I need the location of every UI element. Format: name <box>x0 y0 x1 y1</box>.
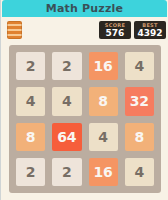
tile-16: 16 <box>89 158 118 186</box>
game-board[interactable]: 22164448328644822164 <box>9 45 161 193</box>
header-bar: SCORE 576 BEST 4392 <box>1 17 168 45</box>
tile-2: 2 <box>52 52 81 80</box>
best-label: BEST <box>142 23 157 28</box>
app-window: Math Puzzle SCORE 576 BEST 4392 22164448… <box>0 0 168 200</box>
tile-4: 4 <box>125 52 154 80</box>
tile-4: 4 <box>125 158 154 186</box>
score-box: SCORE 576 <box>99 21 131 39</box>
menu-tile-icon[interactable] <box>7 21 22 39</box>
tile-64: 64 <box>52 123 81 151</box>
best-box: BEST 4392 <box>134 21 166 39</box>
tile-8: 8 <box>16 123 45 151</box>
score-label: SCORE <box>105 23 125 28</box>
tile-32: 32 <box>125 87 154 115</box>
tile-2: 2 <box>52 158 81 186</box>
tile-4: 4 <box>16 87 45 115</box>
tile-8: 8 <box>89 87 118 115</box>
scoreboard: SCORE 576 BEST 4392 <box>99 21 166 39</box>
tile-4: 4 <box>89 123 118 151</box>
tile-16: 16 <box>89 52 118 80</box>
score-value: 576 <box>106 29 125 38</box>
title-bar: Math Puzzle <box>2 0 167 17</box>
tile-8: 8 <box>125 123 154 151</box>
tile-4: 4 <box>52 87 81 115</box>
best-value: 4392 <box>137 29 162 38</box>
app-title: Math Puzzle <box>46 3 123 14</box>
tile-2: 2 <box>16 158 45 186</box>
tile-2: 2 <box>16 52 45 80</box>
